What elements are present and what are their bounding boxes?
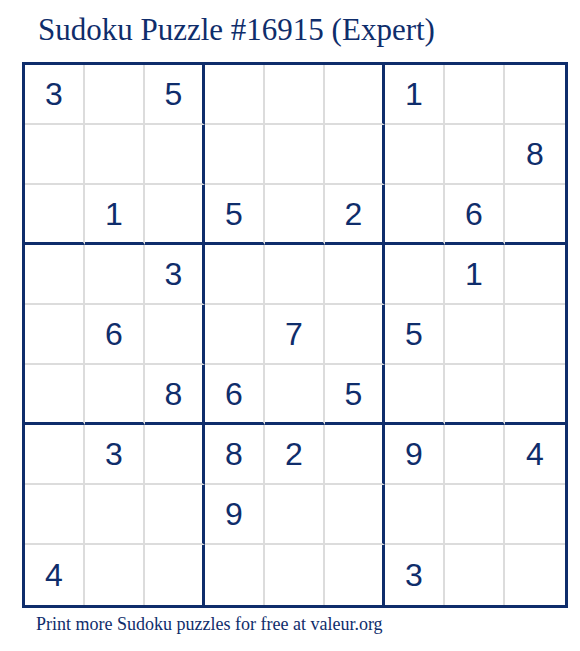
sudoku-cell-empty (85, 65, 145, 125)
sudoku-cell-given: 8 (145, 365, 205, 425)
sudoku-cell-given: 5 (205, 185, 265, 245)
sudoku-cell-given: 2 (325, 185, 385, 245)
sudoku-cell-given: 3 (85, 425, 145, 485)
page-title: Sudoku Puzzle #16915 (Expert) (38, 12, 435, 48)
sudoku-cell-empty (265, 545, 325, 605)
sudoku-cell-empty (205, 305, 265, 365)
sudoku-cell-given: 9 (205, 485, 265, 545)
sudoku-cell-empty (505, 305, 565, 365)
sudoku-cell-given: 6 (445, 185, 505, 245)
sudoku-cell-empty (205, 65, 265, 125)
sudoku-cell-given: 6 (205, 365, 265, 425)
sudoku-cell-empty (25, 305, 85, 365)
sudoku-cell-given: 3 (385, 545, 445, 605)
sudoku-cell-empty (445, 65, 505, 125)
sudoku-cell-given: 8 (205, 425, 265, 485)
sudoku-cell-empty (265, 365, 325, 425)
sudoku-cell-empty (505, 545, 565, 605)
sudoku-cell-empty (325, 425, 385, 485)
sudoku-cell-empty (85, 125, 145, 185)
sudoku-cell-given: 3 (145, 245, 205, 305)
sudoku-cell-empty (25, 365, 85, 425)
sudoku-cell-empty (445, 425, 505, 485)
sudoku-cell-empty (325, 305, 385, 365)
sudoku-cell-empty (85, 545, 145, 605)
sudoku-cell-empty (265, 65, 325, 125)
sudoku-cell-empty (85, 485, 145, 545)
sudoku-cell-empty (25, 485, 85, 545)
sudoku-cell-given: 6 (85, 305, 145, 365)
sudoku-cell-given: 9 (385, 425, 445, 485)
sudoku-cell-empty (325, 485, 385, 545)
sudoku-cell-empty (145, 425, 205, 485)
sudoku-cell-empty (265, 185, 325, 245)
sudoku-cell-empty (85, 365, 145, 425)
sudoku-cell-empty (505, 185, 565, 245)
sudoku-cell-empty (145, 305, 205, 365)
sudoku-cell-given: 5 (145, 65, 205, 125)
sudoku-cell-empty (445, 545, 505, 605)
sudoku-cell-empty (325, 545, 385, 605)
sudoku-cell-empty (445, 125, 505, 185)
sudoku-cell-given: 5 (325, 365, 385, 425)
sudoku-cell-empty (25, 425, 85, 485)
sudoku-cell-empty (205, 545, 265, 605)
sudoku-cell-empty (505, 485, 565, 545)
sudoku-cell-empty (265, 125, 325, 185)
sudoku-cell-empty (205, 245, 265, 305)
sudoku-cell-empty (385, 245, 445, 305)
sudoku-cell-given: 7 (265, 305, 325, 365)
sudoku-cell-empty (385, 125, 445, 185)
footer-text: Print more Sudoku puzzles for free at va… (36, 614, 383, 635)
sudoku-cell-empty (445, 305, 505, 365)
sudoku-cell-empty (505, 245, 565, 305)
sudoku-cell-empty (85, 245, 145, 305)
sudoku-cell-given: 2 (265, 425, 325, 485)
sudoku-cell-given: 1 (445, 245, 505, 305)
sudoku-cell-empty (385, 485, 445, 545)
sudoku-cell-empty (265, 485, 325, 545)
sudoku-cell-empty (145, 545, 205, 605)
sudoku-cell-given: 1 (85, 185, 145, 245)
sudoku-cell-empty (385, 185, 445, 245)
sudoku-cell-empty (205, 125, 265, 185)
sudoku-cell-empty (145, 125, 205, 185)
sudoku-cell-given: 3 (25, 65, 85, 125)
sudoku-cell-empty (325, 125, 385, 185)
sudoku-cell-empty (445, 485, 505, 545)
sudoku-cell-empty (325, 245, 385, 305)
sudoku-cell-empty (265, 245, 325, 305)
sudoku-cell-empty (25, 185, 85, 245)
sudoku-cell-given: 4 (505, 425, 565, 485)
sudoku-cell-empty (445, 365, 505, 425)
sudoku-cell-empty (505, 365, 565, 425)
sudoku-cell-given: 5 (385, 305, 445, 365)
sudoku-cell-empty (25, 125, 85, 185)
sudoku-cell-empty (145, 185, 205, 245)
sudoku-cell-given: 1 (385, 65, 445, 125)
sudoku-cell-empty (145, 485, 205, 545)
sudoku-cell-empty (385, 365, 445, 425)
sudoku-cell-given: 4 (25, 545, 85, 605)
sudoku-board: 351815263167586538294943 (22, 62, 568, 608)
sudoku-cell-empty (505, 65, 565, 125)
sudoku-cell-empty (325, 65, 385, 125)
sudoku-cell-empty (25, 245, 85, 305)
sudoku-page: Sudoku Puzzle #16915 (Expert) 3518152631… (0, 0, 580, 651)
sudoku-cell-given: 8 (505, 125, 565, 185)
